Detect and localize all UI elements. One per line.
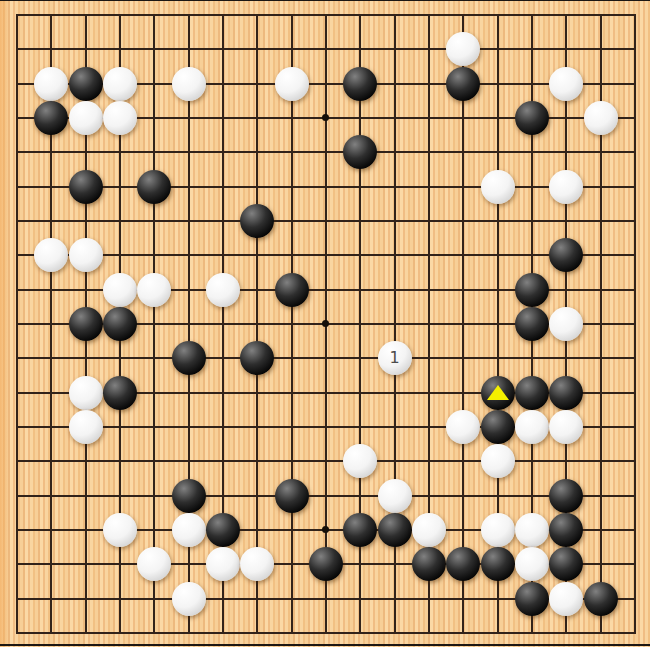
board-edge-shade — [0, 0, 9, 647]
black-stone — [549, 479, 583, 513]
white-stone — [343, 444, 377, 478]
black-stone — [549, 513, 583, 547]
black-stone — [584, 582, 618, 616]
white-stone — [34, 67, 68, 101]
white-stone — [378, 479, 412, 513]
black-stone — [103, 376, 137, 410]
black-stone — [378, 513, 412, 547]
black-stone — [275, 273, 309, 307]
black-stone — [172, 341, 206, 375]
white-stone — [103, 101, 137, 135]
black-stone — [549, 238, 583, 272]
black-stone — [343, 67, 377, 101]
white-stone — [137, 273, 171, 307]
black-stone — [515, 582, 549, 616]
white-stone — [69, 238, 103, 272]
white-stone — [446, 410, 480, 444]
window-top-border — [0, 0, 650, 1]
grid-line-horizontal — [16, 495, 636, 497]
white-stone — [549, 410, 583, 444]
white-stone — [34, 238, 68, 272]
black-stone — [103, 307, 137, 341]
grid-line-horizontal — [16, 460, 636, 462]
black-stone — [515, 376, 549, 410]
star-point — [322, 114, 329, 121]
white-stone — [172, 582, 206, 616]
white-stone — [584, 101, 618, 135]
black-stone — [206, 513, 240, 547]
grid-line-vertical — [462, 14, 464, 634]
white-stone — [515, 513, 549, 547]
black-stone — [515, 273, 549, 307]
white-stone — [103, 513, 137, 547]
black-stone — [69, 307, 103, 341]
black-stone — [172, 479, 206, 513]
black-stone — [446, 547, 480, 581]
window-bottom-border — [0, 644, 650, 646]
star-point — [322, 526, 329, 533]
white-stone — [103, 67, 137, 101]
white-stone — [515, 410, 549, 444]
black-stone — [309, 547, 343, 581]
white-stone — [206, 547, 240, 581]
black-stone — [240, 341, 274, 375]
black-stone — [69, 67, 103, 101]
white-stone — [549, 582, 583, 616]
white-stone — [137, 547, 171, 581]
triangle-mark-icon — [487, 385, 509, 400]
grid-line-horizontal — [16, 632, 636, 634]
black-stone — [481, 376, 515, 410]
white-stone — [481, 513, 515, 547]
black-stone — [412, 547, 446, 581]
go-board[interactable]: 1 — [0, 0, 650, 647]
white-stone — [240, 547, 274, 581]
star-point — [322, 320, 329, 327]
white-stone — [515, 547, 549, 581]
black-stone — [515, 307, 549, 341]
white-stone — [69, 410, 103, 444]
black-stone — [549, 547, 583, 581]
white-stone — [412, 513, 446, 547]
black-stone — [137, 170, 171, 204]
black-stone — [446, 67, 480, 101]
white-stone — [69, 376, 103, 410]
black-stone — [240, 204, 274, 238]
black-stone — [515, 101, 549, 135]
black-stone — [549, 376, 583, 410]
grid-line-vertical — [634, 14, 636, 634]
black-stone — [343, 135, 377, 169]
white-stone — [481, 444, 515, 478]
white-stone — [275, 67, 309, 101]
white-stone: 1 — [378, 341, 412, 375]
white-stone — [549, 307, 583, 341]
white-stone — [69, 101, 103, 135]
black-stone — [481, 410, 515, 444]
black-stone — [275, 479, 309, 513]
black-stone — [34, 101, 68, 135]
white-stone — [172, 67, 206, 101]
grid-line-horizontal — [16, 357, 636, 359]
white-stone — [481, 170, 515, 204]
white-stone — [206, 273, 240, 307]
white-stone — [172, 513, 206, 547]
white-stone — [549, 170, 583, 204]
white-stone — [549, 67, 583, 101]
black-stone — [69, 170, 103, 204]
white-stone — [103, 273, 137, 307]
move-number-label: 1 — [378, 341, 412, 375]
black-stone — [343, 513, 377, 547]
black-stone — [481, 547, 515, 581]
white-stone — [446, 32, 480, 66]
